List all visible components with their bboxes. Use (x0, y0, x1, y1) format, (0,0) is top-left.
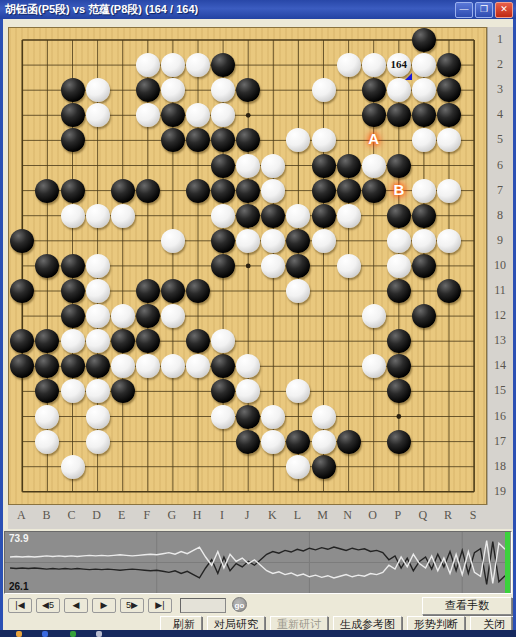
black-stone (136, 78, 160, 102)
black-stone (236, 204, 260, 228)
maximize-button[interactable]: ❐ (475, 2, 493, 18)
white-stone (86, 279, 110, 303)
black-stone (186, 179, 210, 203)
column-label: J (235, 508, 259, 523)
black-stone (161, 279, 185, 303)
black-stone (337, 179, 361, 203)
white-stone (362, 154, 386, 178)
white-stone (387, 254, 411, 278)
black-stone (61, 78, 85, 102)
white-stone (35, 405, 59, 429)
taskbar-icon[interactable] (16, 631, 22, 637)
white-stone (412, 78, 436, 102)
white-stone (161, 304, 185, 328)
row-label: 12 (488, 308, 512, 323)
black-stone (437, 78, 461, 102)
row-label: 8 (488, 208, 512, 223)
black-stone (35, 179, 59, 203)
black-stone (211, 179, 235, 203)
black-stone (61, 254, 85, 278)
white-stone (161, 78, 185, 102)
black-stone (136, 304, 160, 328)
close-button[interactable]: ✕ (495, 2, 513, 18)
action-button-row: 刷新对局研究重新研讨生成参考图形势判断关闭 (4, 614, 512, 631)
black-stone (236, 405, 260, 429)
white-stone (111, 204, 135, 228)
black-stone (186, 329, 210, 353)
row-label: 9 (488, 233, 512, 248)
column-label: C (60, 508, 84, 523)
black-stone (387, 430, 411, 454)
column-label: F (135, 508, 159, 523)
white-stone (161, 229, 185, 253)
white-stone (362, 354, 386, 378)
row-label: 6 (488, 158, 512, 173)
black-stone (61, 304, 85, 328)
column-label: Q (411, 508, 435, 523)
row-label: 13 (488, 333, 512, 348)
black-stone (437, 279, 461, 303)
row-coordinate-strip: 12345678910111213141516171819 (487, 27, 513, 505)
black-stone (387, 354, 411, 378)
row-label: 2 (488, 57, 512, 72)
black-stone (236, 430, 260, 454)
black-stone (61, 279, 85, 303)
black-stone (136, 179, 160, 203)
row-label: 14 (488, 358, 512, 373)
nav-first-button[interactable]: |◀ (8, 598, 32, 613)
analysis-label-B[interactable]: B (387, 181, 411, 198)
app-window: 胡钰函(P5段) vs 范蕴(P8段) (164 / 164) — ❐ ✕ 16… (0, 0, 516, 637)
row-label: 16 (488, 409, 512, 424)
white-stone (312, 128, 336, 152)
white-stone (86, 204, 110, 228)
view-move-numbers-button[interactable]: 查看手数 (422, 597, 512, 615)
black-stone (211, 229, 235, 253)
black-stone (111, 379, 135, 403)
taskbar-sliver (0, 630, 516, 637)
white-stone (86, 405, 110, 429)
column-label: D (85, 508, 109, 523)
black-stone (362, 78, 386, 102)
white-stone (362, 53, 386, 77)
minimize-button[interactable]: — (455, 2, 473, 18)
black-stone (286, 430, 310, 454)
white-stone (312, 78, 336, 102)
white-stone (387, 78, 411, 102)
black-stone (211, 154, 235, 178)
column-label: P (386, 508, 410, 523)
nav-last-button[interactable]: ▶| (148, 598, 172, 613)
white-stone (261, 154, 285, 178)
white-stone (61, 455, 85, 479)
nav-forward5-button[interactable]: 5▶ (120, 598, 144, 613)
black-stone (111, 329, 135, 353)
white-stone (412, 179, 436, 203)
white-stone (211, 405, 235, 429)
column-label: R (436, 508, 460, 523)
nav-back5-button[interactable]: ◀5 (36, 598, 60, 613)
black-stone (136, 329, 160, 353)
nav-back-button[interactable]: ◀ (64, 598, 88, 613)
white-stone (312, 229, 336, 253)
black-stone (387, 329, 411, 353)
black-stone (412, 254, 436, 278)
column-label: B (34, 508, 58, 523)
black-stone (61, 354, 85, 378)
taskbar-icon[interactable] (42, 631, 48, 637)
white-stone (236, 154, 260, 178)
column-label: M (311, 508, 335, 523)
black-stone (10, 229, 34, 253)
winrate-plot (5, 532, 511, 593)
black-stone (362, 179, 386, 203)
column-label: G (160, 508, 184, 523)
black-stone (362, 103, 386, 127)
row-label: 1 (488, 32, 512, 47)
white-stone (337, 204, 361, 228)
taskbar-icon[interactable] (96, 631, 102, 637)
white-stone (111, 304, 135, 328)
white-stone (86, 103, 110, 127)
column-label: H (185, 508, 209, 523)
white-stone (437, 229, 461, 253)
white-stone (362, 304, 386, 328)
white-stone (86, 379, 110, 403)
row-label: 17 (488, 434, 512, 449)
white-stone (111, 354, 135, 378)
black-stone (312, 154, 336, 178)
white-stone (286, 204, 310, 228)
white-stone (211, 204, 235, 228)
white-stone (86, 254, 110, 278)
white-stone (236, 229, 260, 253)
white-stone (86, 78, 110, 102)
row-label: 5 (488, 132, 512, 147)
black-stone (412, 304, 436, 328)
white-stone (312, 430, 336, 454)
row-label: 11 (488, 283, 512, 298)
black-stone (437, 53, 461, 77)
black-stone (387, 154, 411, 178)
column-label: N (336, 508, 360, 523)
black-stone (387, 103, 411, 127)
move-number-input[interactable] (180, 598, 226, 613)
analysis-label-A[interactable]: A (362, 130, 386, 147)
white-stone (136, 103, 160, 127)
black-stone (312, 179, 336, 203)
black-stone (186, 279, 210, 303)
black-stone (61, 103, 85, 127)
black-stone (236, 179, 260, 203)
black-winrate-value: 26.1 (9, 581, 28, 592)
white-stone (261, 430, 285, 454)
white-stone (136, 354, 160, 378)
white-stone (86, 430, 110, 454)
white-stone (437, 179, 461, 203)
white-stone (337, 53, 361, 77)
black-stone (337, 154, 361, 178)
column-label: K (260, 508, 284, 523)
nav-forward-button[interactable]: ▶ (92, 598, 116, 613)
white-stone (387, 229, 411, 253)
black-stone (61, 128, 85, 152)
go-board[interactable]: 164AB (8, 27, 487, 505)
white-stone (261, 179, 285, 203)
black-stone (86, 354, 110, 378)
white-stone (35, 430, 59, 454)
black-stone (111, 179, 135, 203)
row-label: 4 (488, 107, 512, 122)
white-stone (86, 329, 110, 353)
white-winrate-value: 73.9 (9, 533, 28, 544)
white-stone (312, 405, 336, 429)
black-stone (136, 279, 160, 303)
row-label: 15 (488, 383, 512, 398)
white-stone (412, 229, 436, 253)
navigation-row: |◀◀5◀▶5▶▶| go 查看手数 (4, 597, 512, 613)
last-move-triangle-icon (405, 73, 412, 80)
white-stone (61, 204, 85, 228)
row-label: 10 (488, 258, 512, 273)
winrate-graph[interactable]: 73.9 26.1 (4, 531, 512, 594)
white-stone (136, 53, 160, 77)
column-label: L (285, 508, 309, 523)
black-stone (211, 53, 235, 77)
black-stone (312, 455, 336, 479)
column-coordinate-strip: ABCDEFGHIJKLMNOPQRS (8, 505, 487, 529)
white-stone (261, 405, 285, 429)
row-label: 7 (488, 183, 512, 198)
black-stone (61, 179, 85, 203)
row-label: 3 (488, 82, 512, 97)
row-label: 19 (488, 484, 512, 499)
title-bar[interactable]: 胡钰函(P5段) vs 范蕴(P8段) (164 / 164) — ❐ ✕ (0, 0, 516, 19)
white-stone (261, 229, 285, 253)
black-stone (211, 254, 235, 278)
go-button[interactable]: go (232, 597, 247, 612)
column-label: S (461, 508, 485, 523)
white-stone (86, 304, 110, 328)
white-stone (186, 53, 210, 77)
white-stone (161, 53, 185, 77)
last-move-number: 164 (387, 58, 411, 70)
window-title: 胡钰函(P5段) vs 范蕴(P8段) (164 / 164) (0, 2, 198, 17)
black-stone (412, 28, 436, 52)
coordinate-corner (487, 505, 513, 529)
row-label: 18 (488, 459, 512, 474)
white-stone (61, 379, 85, 403)
column-label: E (110, 508, 134, 523)
white-stone (412, 53, 436, 77)
white-stone (286, 455, 310, 479)
black-stone (387, 279, 411, 303)
column-label: A (9, 508, 33, 523)
column-label: O (361, 508, 385, 523)
black-stone (337, 430, 361, 454)
white-stone (337, 254, 361, 278)
black-stone (261, 204, 285, 228)
taskbar-icon[interactable] (70, 631, 76, 637)
white-stone (61, 329, 85, 353)
column-label: I (210, 508, 234, 523)
black-stone (387, 204, 411, 228)
black-stone (312, 204, 336, 228)
black-stone (412, 204, 436, 228)
